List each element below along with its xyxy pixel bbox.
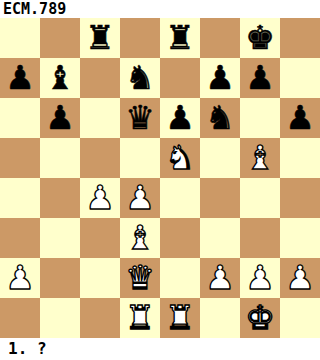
white-bishop: ♝ xyxy=(245,138,275,178)
square-f5[interactable] xyxy=(200,138,240,178)
square-c5[interactable] xyxy=(80,138,120,178)
square-a4[interactable] xyxy=(0,178,40,218)
white-king: ♚ xyxy=(245,298,275,338)
square-h2[interactable]: ♟ xyxy=(280,258,320,298)
black-bishop: ♝ xyxy=(45,58,75,98)
square-e7[interactable] xyxy=(160,58,200,98)
square-f4[interactable] xyxy=(200,178,240,218)
square-b4[interactable] xyxy=(40,178,80,218)
black-pawn: ♟ xyxy=(165,98,195,138)
white-bishop: ♝ xyxy=(125,218,155,258)
square-a8[interactable] xyxy=(0,18,40,58)
square-d5[interactable] xyxy=(120,138,160,178)
white-rook: ♜ xyxy=(165,298,195,338)
square-g5[interactable]: ♝ xyxy=(240,138,280,178)
chess-puzzle-window: ECM.789 ♜♜♚♟♝♞♟♟♟♛♟♞♟♞♝♟♟♝♟♛♟♟♟♜♜♚ 1. ? xyxy=(0,0,320,360)
square-d8[interactable] xyxy=(120,18,160,58)
black-knight: ♞ xyxy=(125,58,155,98)
square-c1[interactable] xyxy=(80,298,120,338)
square-b8[interactable] xyxy=(40,18,80,58)
square-f2[interactable]: ♟ xyxy=(200,258,240,298)
square-g4[interactable] xyxy=(240,178,280,218)
square-g6[interactable] xyxy=(240,98,280,138)
square-c7[interactable] xyxy=(80,58,120,98)
white-pawn: ♟ xyxy=(5,258,35,298)
square-f6[interactable]: ♞ xyxy=(200,98,240,138)
square-g7[interactable]: ♟ xyxy=(240,58,280,98)
black-pawn: ♟ xyxy=(285,98,315,138)
white-pawn: ♟ xyxy=(205,258,235,298)
square-e5[interactable]: ♞ xyxy=(160,138,200,178)
square-a1[interactable] xyxy=(0,298,40,338)
black-knight: ♞ xyxy=(205,98,235,138)
square-a7[interactable]: ♟ xyxy=(0,58,40,98)
square-f8[interactable] xyxy=(200,18,240,58)
white-pawn: ♟ xyxy=(125,178,155,218)
square-f1[interactable] xyxy=(200,298,240,338)
square-g3[interactable] xyxy=(240,218,280,258)
square-h7[interactable] xyxy=(280,58,320,98)
square-c8[interactable]: ♜ xyxy=(80,18,120,58)
black-rook: ♜ xyxy=(165,18,195,58)
white-pawn: ♟ xyxy=(285,258,315,298)
chess-board: ♜♜♚♟♝♞♟♟♟♛♟♞♟♞♝♟♟♝♟♛♟♟♟♜♜♚ xyxy=(0,18,320,338)
square-d4[interactable]: ♟ xyxy=(120,178,160,218)
black-queen: ♛ xyxy=(125,98,155,138)
square-g1[interactable]: ♚ xyxy=(240,298,280,338)
square-a3[interactable] xyxy=(0,218,40,258)
square-e8[interactable]: ♜ xyxy=(160,18,200,58)
status-bar: 1. ? xyxy=(0,338,320,360)
square-d7[interactable]: ♞ xyxy=(120,58,160,98)
square-b7[interactable]: ♝ xyxy=(40,58,80,98)
square-a6[interactable] xyxy=(0,98,40,138)
black-pawn: ♟ xyxy=(205,58,235,98)
square-h1[interactable] xyxy=(280,298,320,338)
square-h5[interactable] xyxy=(280,138,320,178)
black-pawn: ♟ xyxy=(245,58,275,98)
black-pawn: ♟ xyxy=(45,98,75,138)
square-d1[interactable]: ♜ xyxy=(120,298,160,338)
white-rook: ♜ xyxy=(125,298,155,338)
square-f7[interactable]: ♟ xyxy=(200,58,240,98)
square-a2[interactable]: ♟ xyxy=(0,258,40,298)
square-c4[interactable]: ♟ xyxy=(80,178,120,218)
square-h3[interactable] xyxy=(280,218,320,258)
square-e4[interactable] xyxy=(160,178,200,218)
black-pawn: ♟ xyxy=(5,58,35,98)
square-b3[interactable] xyxy=(40,218,80,258)
square-e1[interactable]: ♜ xyxy=(160,298,200,338)
square-c3[interactable] xyxy=(80,218,120,258)
square-c2[interactable] xyxy=(80,258,120,298)
black-rook: ♜ xyxy=(85,18,115,58)
square-e3[interactable] xyxy=(160,218,200,258)
square-h8[interactable] xyxy=(280,18,320,58)
move-prompt: 1. ? xyxy=(0,338,47,360)
square-h4[interactable] xyxy=(280,178,320,218)
square-h6[interactable]: ♟ xyxy=(280,98,320,138)
black-king: ♚ xyxy=(245,18,275,58)
square-f3[interactable] xyxy=(200,218,240,258)
square-e6[interactable]: ♟ xyxy=(160,98,200,138)
title-bar: ECM.789 xyxy=(0,0,320,18)
square-g2[interactable]: ♟ xyxy=(240,258,280,298)
square-b1[interactable] xyxy=(40,298,80,338)
square-b2[interactable] xyxy=(40,258,80,298)
white-pawn: ♟ xyxy=(245,258,275,298)
square-d6[interactable]: ♛ xyxy=(120,98,160,138)
square-d2[interactable]: ♛ xyxy=(120,258,160,298)
white-knight: ♞ xyxy=(165,138,195,178)
square-c6[interactable] xyxy=(80,98,120,138)
square-d3[interactable]: ♝ xyxy=(120,218,160,258)
square-a5[interactable] xyxy=(0,138,40,178)
square-b5[interactable] xyxy=(40,138,80,178)
square-g8[interactable]: ♚ xyxy=(240,18,280,58)
puzzle-id: ECM.789 xyxy=(0,0,66,18)
white-pawn: ♟ xyxy=(85,178,115,218)
white-queen: ♛ xyxy=(125,258,155,298)
square-e2[interactable] xyxy=(160,258,200,298)
square-b6[interactable]: ♟ xyxy=(40,98,80,138)
